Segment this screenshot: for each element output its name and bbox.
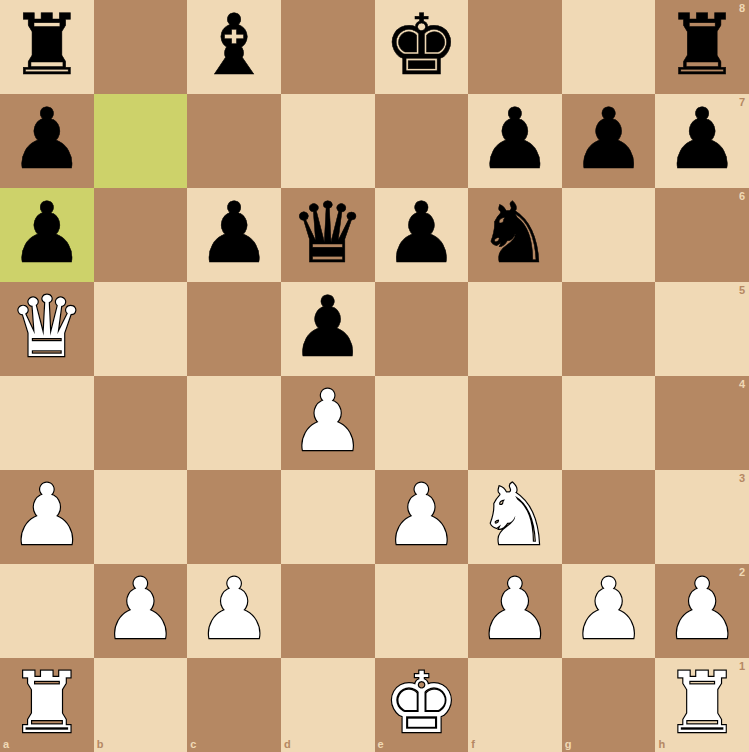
square-e4[interactable] <box>375 376 469 470</box>
chess-board: ♜♝♚♜8♟♟♟♟7♟♟♛♟♞6♛♟5♟4♟♟♞3♟♟♟♟♟2♜abcd♚efg… <box>0 0 749 752</box>
black-bishop-piece[interactable]: ♝ <box>196 0 271 92</box>
white-rook-piece[interactable]: ♜ <box>9 656 84 750</box>
black-queen-piece[interactable]: ♛ <box>290 186 365 280</box>
square-h6[interactable]: 6 <box>655 188 749 282</box>
rank-label-6: 6 <box>739 191 745 202</box>
square-e8[interactable]: ♚ <box>375 0 469 94</box>
square-h2[interactable]: ♟2 <box>655 564 749 658</box>
square-f5[interactable] <box>468 282 562 376</box>
square-d6[interactable]: ♛ <box>281 188 375 282</box>
square-f6[interactable]: ♞ <box>468 188 562 282</box>
white-pawn-piece[interactable]: ♟ <box>665 562 740 656</box>
square-b6[interactable] <box>94 188 188 282</box>
square-h7[interactable]: ♟7 <box>655 94 749 188</box>
square-g7[interactable]: ♟ <box>562 94 656 188</box>
square-d2[interactable] <box>281 564 375 658</box>
square-g1[interactable]: g <box>562 658 656 752</box>
square-g4[interactable] <box>562 376 656 470</box>
rank-label-4: 4 <box>739 379 745 390</box>
square-h4[interactable]: 4 <box>655 376 749 470</box>
square-a1[interactable]: ♜a <box>0 658 94 752</box>
square-a4[interactable] <box>0 376 94 470</box>
black-knight-piece[interactable]: ♞ <box>477 186 552 280</box>
square-h8[interactable]: ♜8 <box>655 0 749 94</box>
square-c3[interactable] <box>187 470 281 564</box>
square-f2[interactable]: ♟ <box>468 564 562 658</box>
square-c5[interactable] <box>187 282 281 376</box>
square-a6[interactable]: ♟ <box>0 188 94 282</box>
square-e1[interactable]: ♚e <box>375 658 469 752</box>
white-pawn-piece[interactable]: ♟ <box>477 562 552 656</box>
white-pawn-piece[interactable]: ♟ <box>9 468 84 562</box>
square-h5[interactable]: 5 <box>655 282 749 376</box>
square-g5[interactable] <box>562 282 656 376</box>
square-e2[interactable] <box>375 564 469 658</box>
square-f1[interactable]: f <box>468 658 562 752</box>
rank-label-3: 3 <box>739 473 745 484</box>
black-pawn-piece[interactable]: ♟ <box>9 186 84 280</box>
square-b4[interactable] <box>94 376 188 470</box>
square-b3[interactable] <box>94 470 188 564</box>
square-b8[interactable] <box>94 0 188 94</box>
black-pawn-piece[interactable]: ♟ <box>290 280 365 374</box>
white-knight-piece[interactable]: ♞ <box>477 468 552 562</box>
white-pawn-piece[interactable]: ♟ <box>103 562 178 656</box>
square-e7[interactable] <box>375 94 469 188</box>
square-g8[interactable] <box>562 0 656 94</box>
square-d7[interactable] <box>281 94 375 188</box>
square-e6[interactable]: ♟ <box>375 188 469 282</box>
square-e3[interactable]: ♟ <box>375 470 469 564</box>
square-f3[interactable]: ♞ <box>468 470 562 564</box>
black-rook-piece[interactable]: ♜ <box>9 0 84 92</box>
white-queen-piece[interactable]: ♛ <box>9 280 84 374</box>
black-pawn-piece[interactable]: ♟ <box>196 186 271 280</box>
rank-label-5: 5 <box>739 285 745 296</box>
square-d4[interactable]: ♟ <box>281 376 375 470</box>
square-d3[interactable] <box>281 470 375 564</box>
black-pawn-piece[interactable]: ♟ <box>665 92 740 186</box>
white-pawn-piece[interactable]: ♟ <box>384 468 459 562</box>
file-label-d: d <box>284 739 291 750</box>
square-a2[interactable] <box>0 564 94 658</box>
chess-board-container: ♜♝♚♜8♟♟♟♟7♟♟♛♟♞6♛♟5♟4♟♟♞3♟♟♟♟♟2♜abcd♚efg… <box>0 0 749 752</box>
square-d5[interactable]: ♟ <box>281 282 375 376</box>
square-e5[interactable] <box>375 282 469 376</box>
black-king-piece[interactable]: ♚ <box>384 0 459 92</box>
white-pawn-piece[interactable]: ♟ <box>571 562 646 656</box>
black-pawn-piece[interactable]: ♟ <box>571 92 646 186</box>
white-pawn-piece[interactable]: ♟ <box>196 562 271 656</box>
square-b1[interactable]: b <box>94 658 188 752</box>
black-pawn-piece[interactable]: ♟ <box>9 92 84 186</box>
square-f7[interactable]: ♟ <box>468 94 562 188</box>
square-b2[interactable]: ♟ <box>94 564 188 658</box>
square-h1[interactable]: ♜1h <box>655 658 749 752</box>
square-g3[interactable] <box>562 470 656 564</box>
square-c7[interactable] <box>187 94 281 188</box>
square-d1[interactable]: d <box>281 658 375 752</box>
square-f8[interactable] <box>468 0 562 94</box>
white-rook-piece[interactable]: ♜ <box>665 656 740 750</box>
file-label-f: f <box>471 739 475 750</box>
white-king-piece[interactable]: ♚ <box>384 656 459 750</box>
square-d8[interactable] <box>281 0 375 94</box>
square-a5[interactable]: ♛ <box>0 282 94 376</box>
square-f4[interactable] <box>468 376 562 470</box>
square-b7[interactable] <box>94 94 188 188</box>
square-c1[interactable]: c <box>187 658 281 752</box>
square-g6[interactable] <box>562 188 656 282</box>
black-pawn-piece[interactable]: ♟ <box>477 92 552 186</box>
square-a7[interactable]: ♟ <box>0 94 94 188</box>
square-a3[interactable]: ♟ <box>0 470 94 564</box>
square-c6[interactable]: ♟ <box>187 188 281 282</box>
square-c2[interactable]: ♟ <box>187 564 281 658</box>
square-a8[interactable]: ♜ <box>0 0 94 94</box>
file-label-b: b <box>97 739 104 750</box>
black-pawn-piece[interactable]: ♟ <box>384 186 459 280</box>
white-pawn-piece[interactable]: ♟ <box>290 374 365 468</box>
square-g2[interactable]: ♟ <box>562 564 656 658</box>
black-rook-piece[interactable]: ♜ <box>665 0 740 92</box>
file-label-c: c <box>190 739 196 750</box>
square-h3[interactable]: 3 <box>655 470 749 564</box>
square-c4[interactable] <box>187 376 281 470</box>
square-c8[interactable]: ♝ <box>187 0 281 94</box>
file-label-g: g <box>565 739 572 750</box>
square-b5[interactable] <box>94 282 188 376</box>
